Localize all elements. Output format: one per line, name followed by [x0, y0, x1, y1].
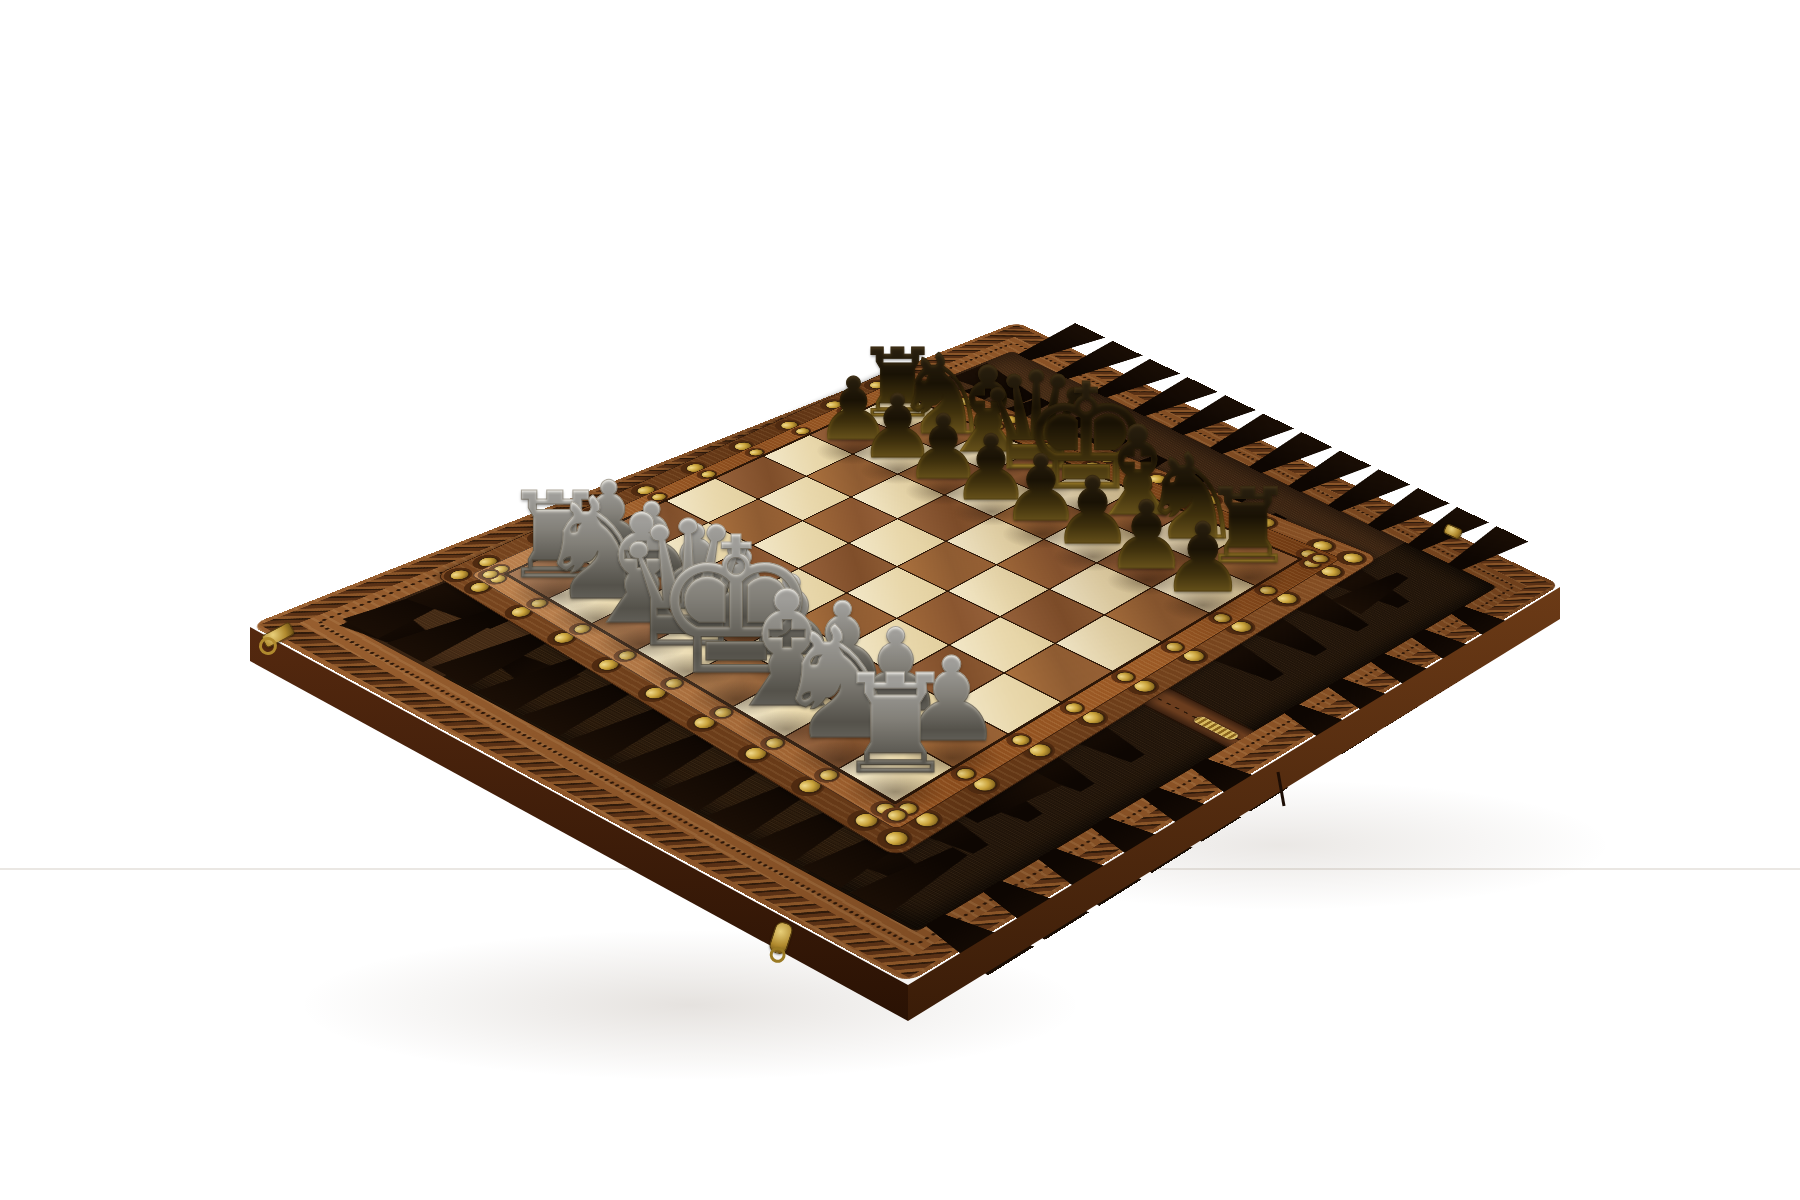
chess-pieces: ♜♞♝♛♚♝♞♜♟♟♟♟♟♟♟♟♟♟♟♟♟♟♟♟♜♞♝♛♚♝♞♜: [0, 0, 1800, 1200]
piece-black-pawn: ♟: [1160, 511, 1246, 607]
product-photo-scene: Handcrafted walnut folding chess and bac…: [0, 0, 1800, 1200]
piece-white-rook: ♜: [834, 657, 957, 794]
